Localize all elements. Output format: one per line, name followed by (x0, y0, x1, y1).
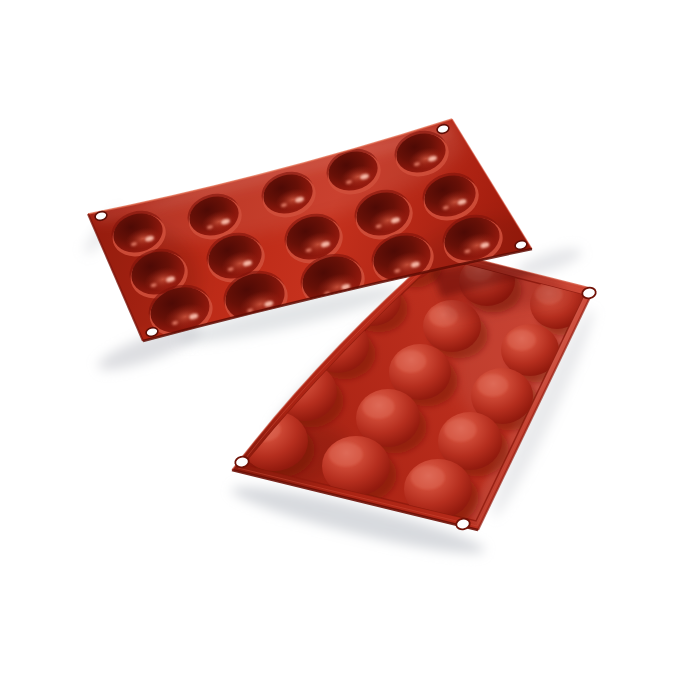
bump-sheen (444, 418, 476, 441)
bump-sheen (507, 330, 536, 351)
bump-sheen (477, 374, 508, 396)
bump-sheen (395, 350, 426, 372)
product-photo (0, 0, 700, 700)
bump-sheen (362, 395, 394, 418)
scene-svg (0, 0, 700, 700)
bump-sheen (329, 443, 363, 467)
bump-sheen (411, 466, 445, 490)
